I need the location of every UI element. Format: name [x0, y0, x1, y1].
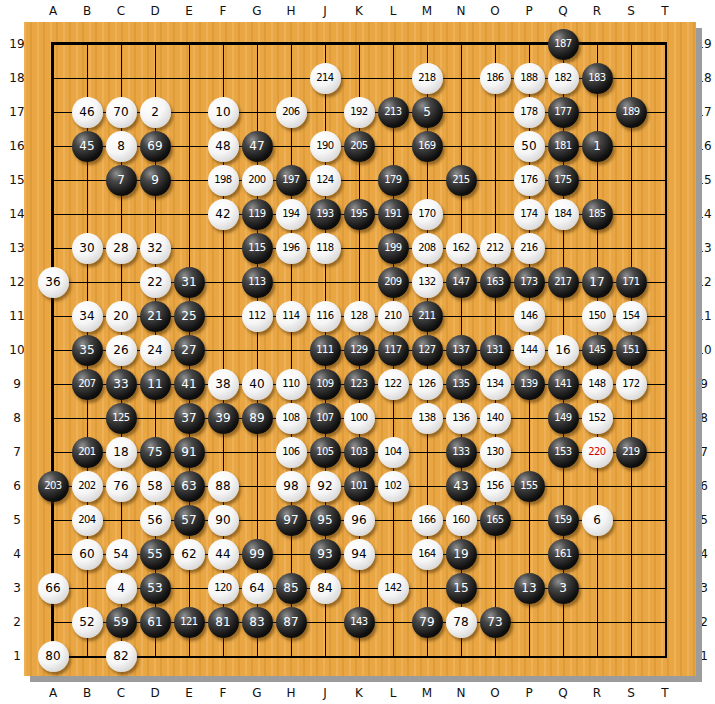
stone-R12-move-17: 17: [582, 267, 613, 298]
col-label-B: B: [70, 684, 104, 702]
stone-K7-move-103: 103: [344, 437, 375, 468]
stone-F4-move-44: 44: [208, 539, 239, 570]
stone-O12-move-163: 163: [480, 267, 511, 298]
stone-L9-move-122: 122: [378, 369, 409, 400]
stone-D13-move-32: 32: [140, 233, 171, 264]
stone-D9-move-11: 11: [140, 369, 171, 400]
col-label-F: F: [206, 684, 240, 702]
stone-O2-move-73: 73: [480, 607, 511, 638]
row-label-11: 11: [694, 299, 714, 333]
stone-F16-move-48: 48: [208, 131, 239, 162]
stone-B9-move-207: 207: [72, 369, 103, 400]
stone-B4-move-60: 60: [72, 539, 103, 570]
stone-F6-move-88: 88: [208, 471, 239, 502]
stone-L6-move-102: 102: [378, 471, 409, 502]
stone-O8-move-140: 140: [480, 403, 511, 434]
stone-J13-move-118: 118: [310, 233, 341, 264]
stone-P3-move-13: 13: [514, 573, 545, 604]
stone-M5-move-166: 166: [412, 505, 443, 536]
stone-K11-move-128: 128: [344, 301, 375, 332]
stone-D5-move-56: 56: [140, 505, 171, 536]
stone-N3-move-15: 15: [446, 573, 477, 604]
stone-E6-move-63: 63: [174, 471, 205, 502]
stone-G4-move-99: 99: [242, 539, 273, 570]
stone-Q12-move-217: 217: [548, 267, 579, 298]
stone-J3-move-84: 84: [310, 573, 341, 604]
row-label-5: 5: [694, 503, 714, 537]
stone-J5-move-95: 95: [310, 505, 341, 536]
stone-F8-move-39: 39: [208, 403, 239, 434]
stone-F14-move-42: 42: [208, 199, 239, 230]
stone-L10-move-117: 117: [378, 335, 409, 366]
stone-F15-move-198: 198: [208, 165, 239, 196]
col-label-S: S: [614, 684, 648, 702]
stone-B13-move-30: 30: [72, 233, 103, 264]
stone-M14-move-170: 170: [412, 199, 443, 230]
stone-K4-move-94: 94: [344, 539, 375, 570]
stone-L7-move-104: 104: [378, 437, 409, 468]
stone-O6-move-156: 156: [480, 471, 511, 502]
stone-H14-move-194: 194: [276, 199, 307, 230]
stone-B16-move-45: 45: [72, 131, 103, 162]
stone-H2-move-87: 87: [276, 607, 307, 638]
row-labels-right: 19181716151413121110987654321: [694, 27, 714, 673]
col-label-L: L: [376, 684, 410, 702]
stone-L11-move-210: 210: [378, 301, 409, 332]
stone-Q3-move-3: 3: [548, 573, 579, 604]
stone-C13-move-28: 28: [106, 233, 137, 264]
stone-P16-move-50: 50: [514, 131, 545, 162]
stone-P10-move-144: 144: [514, 335, 545, 366]
stone-K9-move-123: 123: [344, 369, 375, 400]
stone-H6-move-98: 98: [276, 471, 307, 502]
col-label-S: S: [614, 2, 648, 20]
stone-D7-move-75: 75: [140, 437, 171, 468]
stone-C8-move-125: 125: [106, 403, 137, 434]
col-label-P: P: [512, 684, 546, 702]
stone-C1-move-82: 82: [106, 641, 137, 672]
row-label-8: 8: [694, 401, 714, 435]
stone-M13-move-208: 208: [412, 233, 443, 264]
stone-Q17-move-177: 177: [548, 97, 579, 128]
col-label-L: L: [376, 2, 410, 20]
stone-J11-move-116: 116: [310, 301, 341, 332]
col-label-Q: Q: [546, 2, 580, 20]
col-label-A: A: [36, 684, 70, 702]
stone-C17-move-70: 70: [106, 97, 137, 128]
stone-A12-move-36: 36: [38, 267, 69, 298]
stone-D4-move-55: 55: [140, 539, 171, 570]
stone-H11-move-114: 114: [276, 301, 307, 332]
stone-P17-move-178: 178: [514, 97, 545, 128]
stone-M4-move-164: 164: [412, 539, 443, 570]
col-label-G: G: [240, 684, 274, 702]
column-labels-bottom: ABCDEFGHJKLMNOPQRST: [36, 684, 682, 702]
stone-O13-move-212: 212: [480, 233, 511, 264]
stone-P15-move-176: 176: [514, 165, 545, 196]
stone-A6-move-203: 203: [38, 471, 69, 502]
stone-N15-move-215: 215: [446, 165, 477, 196]
stone-Q8-move-149: 149: [548, 403, 579, 434]
stone-E11-move-25: 25: [174, 301, 205, 332]
stone-Q14-move-184: 184: [548, 199, 579, 230]
col-label-O: O: [478, 684, 512, 702]
stone-H5-move-97: 97: [276, 505, 307, 536]
stone-M12-move-132: 132: [412, 267, 443, 298]
stone-S7-move-219: 219: [616, 437, 647, 468]
row-label-9: 9: [694, 367, 714, 401]
stone-J6-move-92: 92: [310, 471, 341, 502]
stone-M16-move-169: 169: [412, 131, 443, 162]
col-label-B: B: [70, 2, 104, 20]
col-label-G: G: [240, 2, 274, 20]
stone-J4-move-93: 93: [310, 539, 341, 570]
stone-R8-move-152: 152: [582, 403, 613, 434]
stone-E12-move-31: 31: [174, 267, 205, 298]
stone-P9-move-139: 139: [514, 369, 545, 400]
stone-P13-move-216: 216: [514, 233, 545, 264]
stone-K16-move-205: 205: [344, 131, 375, 162]
col-label-T: T: [648, 684, 682, 702]
stone-D11-move-21: 21: [140, 301, 171, 332]
stone-K17-move-192: 192: [344, 97, 375, 128]
stone-A1-move-80: 80: [38, 641, 69, 672]
col-label-Q: Q: [546, 684, 580, 702]
row-label-13: 13: [694, 231, 714, 265]
stone-C3-move-4: 4: [106, 573, 137, 604]
stone-C9-move-33: 33: [106, 369, 137, 400]
stone-Q15-move-175: 175: [548, 165, 579, 196]
stone-G8-move-89: 89: [242, 403, 273, 434]
stone-J18-move-214: 214: [310, 63, 341, 94]
row-label-16: 16: [694, 129, 714, 163]
stone-M11-move-211: 211: [412, 301, 443, 332]
stone-F17-move-10: 10: [208, 97, 239, 128]
stone-D12-move-22: 22: [140, 267, 171, 298]
stone-N9-move-135: 135: [446, 369, 477, 400]
stone-O9-move-134: 134: [480, 369, 511, 400]
stone-L12-move-209: 209: [378, 267, 409, 298]
go-board: 1872142181861881821834670210206192213517…: [24, 22, 696, 676]
col-label-E: E: [172, 2, 206, 20]
stone-K10-move-129: 129: [344, 335, 375, 366]
stone-E9-move-41: 41: [174, 369, 205, 400]
stone-C6-move-76: 76: [106, 471, 137, 502]
stone-J8-move-107: 107: [310, 403, 341, 434]
stone-Q16-move-181: 181: [548, 131, 579, 162]
stone-B6-move-202: 202: [72, 471, 103, 502]
stone-G2-move-83: 83: [242, 607, 273, 638]
stone-K2-move-143: 143: [344, 607, 375, 638]
row-label-1: 1: [694, 639, 714, 673]
stone-L14-move-191: 191: [378, 199, 409, 230]
stone-G3-move-64: 64: [242, 573, 273, 604]
stone-L17-move-213: 213: [378, 97, 409, 128]
stone-N4-move-19: 19: [446, 539, 477, 570]
stone-R14-move-185: 185: [582, 199, 613, 230]
stone-H9-move-110: 110: [276, 369, 307, 400]
stone-H17-move-206: 206: [276, 97, 307, 128]
stone-N5-move-160: 160: [446, 505, 477, 536]
stone-M10-move-127: 127: [412, 335, 443, 366]
col-label-J: J: [308, 2, 342, 20]
stone-N7-move-133: 133: [446, 437, 477, 468]
stone-S9-move-172: 172: [616, 369, 647, 400]
stone-R11-move-150: 150: [582, 301, 613, 332]
stone-M2-move-79: 79: [412, 607, 443, 638]
stone-B5-move-204: 204: [72, 505, 103, 536]
col-label-H: H: [274, 2, 308, 20]
stone-K8-move-100: 100: [344, 403, 375, 434]
stone-F3-move-120: 120: [208, 573, 239, 604]
col-label-D: D: [138, 2, 172, 20]
stone-O18-move-186: 186: [480, 63, 511, 94]
stone-D6-move-58: 58: [140, 471, 171, 502]
stone-M8-move-138: 138: [412, 403, 443, 434]
stone-R7-move-220: 220: [582, 437, 613, 468]
col-label-J: J: [308, 684, 342, 702]
stone-Q18-move-182: 182: [548, 63, 579, 94]
col-label-K: K: [342, 684, 376, 702]
stone-Q5-move-159: 159: [548, 505, 579, 536]
stone-A3-move-66: 66: [38, 573, 69, 604]
stone-M17-move-5: 5: [412, 97, 443, 128]
stone-N8-move-136: 136: [446, 403, 477, 434]
row-label-4: 4: [694, 537, 714, 571]
stone-C2-move-59: 59: [106, 607, 137, 638]
stone-N13-move-162: 162: [446, 233, 477, 264]
stone-B7-move-201: 201: [72, 437, 103, 468]
stone-J14-move-193: 193: [310, 199, 341, 230]
col-label-N: N: [444, 684, 478, 702]
stone-B17-move-46: 46: [72, 97, 103, 128]
stone-H13-move-196: 196: [276, 233, 307, 264]
col-label-F: F: [206, 2, 240, 20]
stone-P12-move-173: 173: [514, 267, 545, 298]
col-label-O: O: [478, 2, 512, 20]
stone-R18-move-183: 183: [582, 63, 613, 94]
stone-F9-move-38: 38: [208, 369, 239, 400]
stone-O7-move-130: 130: [480, 437, 511, 468]
stone-Q9-move-141: 141: [548, 369, 579, 400]
stone-Q7-move-153: 153: [548, 437, 579, 468]
stone-J16-move-190: 190: [310, 131, 341, 162]
stone-F2-move-81: 81: [208, 607, 239, 638]
row-label-14: 14: [694, 197, 714, 231]
column-labels-top: ABCDEFGHJKLMNOPQRST: [36, 2, 682, 20]
stone-C7-move-18: 18: [106, 437, 137, 468]
stone-P6-move-155: 155: [514, 471, 545, 502]
col-label-C: C: [104, 2, 138, 20]
row-label-17: 17: [694, 95, 714, 129]
stone-E4-move-62: 62: [174, 539, 205, 570]
stone-K6-move-101: 101: [344, 471, 375, 502]
stone-N10-move-137: 137: [446, 335, 477, 366]
stone-B10-move-35: 35: [72, 335, 103, 366]
stone-K5-move-96: 96: [344, 505, 375, 536]
stone-D10-move-24: 24: [140, 335, 171, 366]
stone-D3-move-53: 53: [140, 573, 171, 604]
stone-E5-move-57: 57: [174, 505, 205, 536]
stone-Q4-move-161: 161: [548, 539, 579, 570]
stone-S17-move-189: 189: [616, 97, 647, 128]
stone-Q19-move-187: 187: [548, 29, 579, 60]
stone-L3-move-142: 142: [378, 573, 409, 604]
stone-G11-move-112: 112: [242, 301, 273, 332]
stone-G14-move-119: 119: [242, 199, 273, 230]
row-label-2: 2: [694, 605, 714, 639]
stone-M18-move-218: 218: [412, 63, 443, 94]
stone-N2-move-78: 78: [446, 607, 477, 638]
stone-G13-move-115: 115: [242, 233, 273, 264]
stone-J10-move-111: 111: [310, 335, 341, 366]
stone-B11-move-34: 34: [72, 301, 103, 332]
stone-N6-move-43: 43: [446, 471, 477, 502]
stone-L13-move-199: 199: [378, 233, 409, 264]
col-label-P: P: [512, 2, 546, 20]
col-label-H: H: [274, 684, 308, 702]
stone-C15-move-7: 7: [106, 165, 137, 196]
row-label-7: 7: [694, 435, 714, 469]
stone-D17-move-2: 2: [140, 97, 171, 128]
stone-K14-move-195: 195: [344, 199, 375, 230]
stone-B2-move-52: 52: [72, 607, 103, 638]
col-label-R: R: [580, 2, 614, 20]
col-label-T: T: [648, 2, 682, 20]
row-label-15: 15: [694, 163, 714, 197]
stone-D15-move-9: 9: [140, 165, 171, 196]
stone-D16-move-69: 69: [140, 131, 171, 162]
row-label-19: 19: [694, 27, 714, 61]
stone-R10-move-145: 145: [582, 335, 613, 366]
stone-R16-move-1: 1: [582, 131, 613, 162]
col-label-N: N: [444, 2, 478, 20]
stone-G12-move-113: 113: [242, 267, 273, 298]
col-label-D: D: [138, 684, 172, 702]
stone-D2-move-61: 61: [140, 607, 171, 638]
stone-H15-move-197: 197: [276, 165, 307, 196]
stone-C16-move-8: 8: [106, 131, 137, 162]
col-label-K: K: [342, 2, 376, 20]
stone-N12-move-147: 147: [446, 267, 477, 298]
col-label-E: E: [172, 684, 206, 702]
stone-H8-move-108: 108: [276, 403, 307, 434]
row-label-10: 10: [694, 333, 714, 367]
stone-O5-move-165: 165: [480, 505, 511, 536]
stone-P11-move-146: 146: [514, 301, 545, 332]
stone-J7-move-105: 105: [310, 437, 341, 468]
stone-O10-move-131: 131: [480, 335, 511, 366]
stone-R9-move-148: 148: [582, 369, 613, 400]
row-label-12: 12: [694, 265, 714, 299]
stone-G15-move-200: 200: [242, 165, 273, 196]
stone-C4-move-54: 54: [106, 539, 137, 570]
row-label-18: 18: [694, 61, 714, 95]
stone-P18-move-188: 188: [514, 63, 545, 94]
stone-Q10-move-16: 16: [548, 335, 579, 366]
stone-E8-move-37: 37: [174, 403, 205, 434]
row-label-6: 6: [694, 469, 714, 503]
stone-S11-move-154: 154: [616, 301, 647, 332]
stone-F5-move-90: 90: [208, 505, 239, 536]
go-kifu-diagram: ABCDEFGHJKLMNOPQRST ABCDEFGHJKLMNOPQRST …: [0, 0, 715, 704]
stone-S10-move-151: 151: [616, 335, 647, 366]
stone-H7-move-106: 106: [276, 437, 307, 468]
stone-J9-move-109: 109: [310, 369, 341, 400]
stone-E2-move-121: 121: [174, 607, 205, 638]
stone-M9-move-126: 126: [412, 369, 443, 400]
stone-G16-move-47: 47: [242, 131, 273, 162]
stone-R5-move-6: 6: [582, 505, 613, 536]
stone-E10-move-27: 27: [174, 335, 205, 366]
stone-S12-move-171: 171: [616, 267, 647, 298]
stone-H3-move-85: 85: [276, 573, 307, 604]
col-label-A: A: [36, 2, 70, 20]
col-label-R: R: [580, 684, 614, 702]
stone-E7-move-91: 91: [174, 437, 205, 468]
stone-G9-move-40: 40: [242, 369, 273, 400]
col-label-C: C: [104, 684, 138, 702]
col-label-M: M: [410, 684, 444, 702]
stone-J15-move-124: 124: [310, 165, 341, 196]
col-label-M: M: [410, 2, 444, 20]
stones-layer: 1872142181861881821834670210206192213517…: [36, 27, 682, 673]
stone-L15-move-179: 179: [378, 165, 409, 196]
stone-P14-move-174: 174: [514, 199, 545, 230]
stone-C11-move-20: 20: [106, 301, 137, 332]
stone-C10-move-26: 26: [106, 335, 137, 366]
row-label-3: 3: [694, 571, 714, 605]
